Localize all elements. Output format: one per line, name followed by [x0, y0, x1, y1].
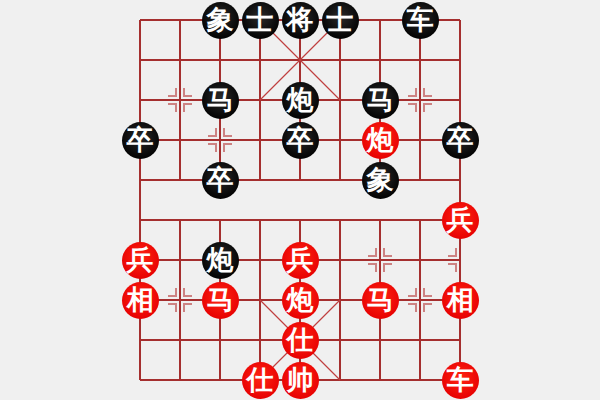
- piece-black-horse[interactable]: 马: [362, 82, 399, 119]
- piece-red-advisor[interactable]: 仕: [282, 322, 319, 359]
- piece-black-soldier[interactable]: 卒: [442, 122, 479, 159]
- piece-black-soldier[interactable]: 卒: [202, 162, 239, 199]
- piece-red-soldier[interactable]: 兵: [282, 242, 319, 279]
- piece-red-horse[interactable]: 马: [202, 282, 239, 319]
- piece-red-cannon[interactable]: 炮: [282, 282, 319, 319]
- piece-black-advisor[interactable]: 士: [242, 2, 279, 39]
- piece-red-chariot[interactable]: 车: [442, 362, 479, 399]
- piece-red-elephant[interactable]: 相: [442, 282, 479, 319]
- piece-black-chariot[interactable]: 车: [402, 2, 439, 39]
- xiangqi-board: 象士将士车马炮马卒卒炮卒卒象兵兵炮兵相马炮马相仕仕帅车: [0, 0, 600, 400]
- piece-black-general[interactable]: 将: [282, 2, 319, 39]
- piece-red-soldier[interactable]: 兵: [122, 242, 159, 279]
- piece-black-soldier[interactable]: 卒: [122, 122, 159, 159]
- piece-red-elephant[interactable]: 相: [122, 282, 159, 319]
- piece-black-cannon[interactable]: 炮: [202, 242, 239, 279]
- piece-black-elephant[interactable]: 象: [362, 162, 399, 199]
- piece-black-horse[interactable]: 马: [202, 82, 239, 119]
- piece-red-cannon[interactable]: 炮: [362, 122, 399, 159]
- piece-red-horse[interactable]: 马: [362, 282, 399, 319]
- pieces-grid: 象士将士车马炮马卒卒炮卒卒象兵兵炮兵相马炮马相仕仕帅车: [120, 0, 480, 400]
- piece-black-soldier[interactable]: 卒: [282, 122, 319, 159]
- piece-red-soldier[interactable]: 兵: [442, 202, 479, 239]
- piece-red-general[interactable]: 帅: [282, 362, 319, 399]
- piece-black-elephant[interactable]: 象: [202, 2, 239, 39]
- piece-red-advisor[interactable]: 仕: [242, 362, 279, 399]
- piece-black-cannon[interactable]: 炮: [282, 82, 319, 119]
- piece-black-advisor[interactable]: 士: [322, 2, 359, 39]
